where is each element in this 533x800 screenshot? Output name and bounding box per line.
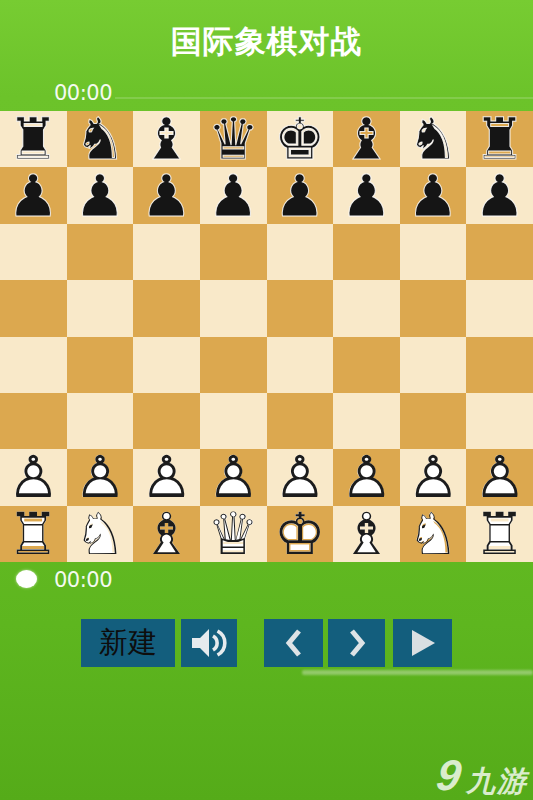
- square-g7[interactable]: ♟: [400, 167, 467, 223]
- piece-white-pawn: ♟: [333, 449, 400, 505]
- square-d7[interactable]: ♟: [200, 167, 267, 223]
- new-game-button[interactable]: 新建: [81, 619, 175, 667]
- piece-black-bishop: ♝: [133, 111, 200, 167]
- player-clock: 00:00: [54, 568, 112, 592]
- square-f3[interactable]: [333, 393, 400, 449]
- piece-white-bishop-outline: ♗: [333, 506, 400, 562]
- opponent-clock: 00:00: [54, 81, 112, 105]
- square-e3[interactable]: [267, 393, 334, 449]
- square-b6[interactable]: [67, 224, 134, 280]
- piece-white-knight: ♞: [67, 506, 134, 562]
- piece-white-bishop: ♝: [333, 506, 400, 562]
- square-b4[interactable]: [67, 337, 134, 393]
- square-b7[interactable]: ♟: [67, 167, 134, 223]
- piece-white-pawn-outline: ♙: [0, 449, 67, 505]
- square-g3[interactable]: [400, 393, 467, 449]
- piece-white-pawn-outline: ♙: [333, 449, 400, 505]
- step-forward-button[interactable]: [328, 619, 385, 667]
- piece-black-knight: ♞: [67, 111, 134, 167]
- square-b3[interactable]: [67, 393, 134, 449]
- square-d1[interactable]: ♛♕: [200, 506, 267, 562]
- toolbar-shadow-line: [302, 670, 533, 675]
- turn-indicator-dot: [16, 570, 37, 588]
- square-e1[interactable]: ♚♔: [267, 506, 334, 562]
- piece-white-rook: ♜: [466, 506, 533, 562]
- square-g6[interactable]: [400, 224, 467, 280]
- square-f1[interactable]: ♝♗: [333, 506, 400, 562]
- piece-white-pawn-outline: ♙: [200, 449, 267, 505]
- square-h3[interactable]: [466, 393, 533, 449]
- chess-board: ♜♞♝♛♚♝♞♜♟♟♟♟♟♟♟♟♟♙♟♙♟♙♟♙♟♙♟♙♟♙♟♙♜♖♞♘♝♗♛♕…: [0, 111, 533, 562]
- piece-white-queen: ♛: [200, 506, 267, 562]
- square-a5[interactable]: [0, 280, 67, 336]
- square-g8[interactable]: ♞: [400, 111, 467, 167]
- square-b2[interactable]: ♟♙: [67, 449, 134, 505]
- piece-white-pawn-outline: ♙: [67, 449, 134, 505]
- square-c5[interactable]: [133, 280, 200, 336]
- piece-white-rook-outline: ♖: [0, 506, 67, 562]
- square-g2[interactable]: ♟♙: [400, 449, 467, 505]
- square-f5[interactable]: [333, 280, 400, 336]
- chess-app-window: 国际象棋对战 00:00 ♜♞♝♛♚♝♞♜♟♟♟♟♟♟♟♟♟♙♟♙♟♙♟♙♟♙♟…: [0, 0, 533, 800]
- sound-button[interactable]: [181, 619, 237, 667]
- piece-white-knight-outline: ♘: [67, 506, 134, 562]
- piece-black-pawn: ♟: [133, 167, 200, 223]
- square-a1[interactable]: ♜♖: [0, 506, 67, 562]
- square-b1[interactable]: ♞♘: [67, 506, 134, 562]
- piece-white-pawn: ♟: [200, 449, 267, 505]
- square-g1[interactable]: ♞♘: [400, 506, 467, 562]
- square-d8[interactable]: ♛: [200, 111, 267, 167]
- speaker-icon: [190, 627, 228, 659]
- piece-white-king-outline: ♔: [267, 506, 334, 562]
- piece-white-knight: ♞: [400, 506, 467, 562]
- square-h6[interactable]: [466, 224, 533, 280]
- piece-black-pawn: ♟: [200, 167, 267, 223]
- square-d4[interactable]: [200, 337, 267, 393]
- piece-white-bishop-outline: ♗: [133, 506, 200, 562]
- piece-white-pawn: ♟: [0, 449, 67, 505]
- square-f7[interactable]: ♟: [333, 167, 400, 223]
- chevron-left-icon: [282, 628, 306, 658]
- piece-white-pawn: ♟: [267, 449, 334, 505]
- piece-white-pawn-outline: ♙: [466, 449, 533, 505]
- square-a6[interactable]: [0, 224, 67, 280]
- square-b5[interactable]: [67, 280, 134, 336]
- piece-black-pawn: ♟: [0, 167, 67, 223]
- piece-white-rook-outline: ♖: [466, 506, 533, 562]
- play-button[interactable]: [393, 619, 452, 667]
- square-e7[interactable]: ♟: [267, 167, 334, 223]
- square-a8[interactable]: ♜: [0, 111, 67, 167]
- square-c4[interactable]: [133, 337, 200, 393]
- piece-white-knight-outline: ♘: [400, 506, 467, 562]
- square-f8[interactable]: ♝: [333, 111, 400, 167]
- page-title: 国际象棋对战: [0, 21, 533, 63]
- square-d5[interactable]: [200, 280, 267, 336]
- square-h7[interactable]: ♟: [466, 167, 533, 223]
- square-c3[interactable]: [133, 393, 200, 449]
- square-c2[interactable]: ♟♙: [133, 449, 200, 505]
- square-a3[interactable]: [0, 393, 67, 449]
- square-e6[interactable]: [267, 224, 334, 280]
- piece-black-pawn: ♟: [267, 167, 334, 223]
- piece-white-pawn: ♟: [466, 449, 533, 505]
- square-g4[interactable]: [400, 337, 467, 393]
- chevron-right-icon: [345, 628, 369, 658]
- square-e4[interactable]: [267, 337, 334, 393]
- piece-black-knight: ♞: [400, 111, 467, 167]
- piece-white-pawn: ♟: [67, 449, 134, 505]
- square-h5[interactable]: [466, 280, 533, 336]
- piece-black-pawn: ♟: [333, 167, 400, 223]
- piece-white-pawn: ♟: [133, 449, 200, 505]
- play-icon: [408, 628, 438, 658]
- piece-black-bishop: ♝: [333, 111, 400, 167]
- square-a2[interactable]: ♟♙: [0, 449, 67, 505]
- square-d3[interactable]: [200, 393, 267, 449]
- square-c6[interactable]: [133, 224, 200, 280]
- piece-white-pawn: ♟: [400, 449, 467, 505]
- jiuyou-watermark: 9 九游: [437, 756, 528, 796]
- square-h8[interactable]: ♜: [466, 111, 533, 167]
- piece-white-queen-outline: ♕: [200, 506, 267, 562]
- piece-white-rook: ♜: [0, 506, 67, 562]
- square-e2[interactable]: ♟♙: [267, 449, 334, 505]
- piece-black-pawn: ♟: [67, 167, 134, 223]
- piece-white-pawn-outline: ♙: [400, 449, 467, 505]
- square-g5[interactable]: [400, 280, 467, 336]
- square-e8[interactable]: ♚: [267, 111, 334, 167]
- piece-black-queen: ♛: [200, 111, 267, 167]
- piece-black-pawn: ♟: [466, 167, 533, 223]
- square-b8[interactable]: ♞: [67, 111, 134, 167]
- square-h4[interactable]: [466, 337, 533, 393]
- square-a4[interactable]: [0, 337, 67, 393]
- square-c8[interactable]: ♝: [133, 111, 200, 167]
- jiuyou-logo-icon: 9: [434, 756, 463, 796]
- step-back-button[interactable]: [264, 619, 323, 667]
- clock-divider: [115, 97, 533, 99]
- square-f4[interactable]: [333, 337, 400, 393]
- piece-white-bishop: ♝: [133, 506, 200, 562]
- piece-black-rook: ♜: [0, 111, 67, 167]
- square-d6[interactable]: [200, 224, 267, 280]
- piece-white-king: ♚: [267, 506, 334, 562]
- jiuyou-watermark-text: 九游: [466, 766, 528, 796]
- square-f6[interactable]: [333, 224, 400, 280]
- piece-white-pawn-outline: ♙: [133, 449, 200, 505]
- square-a7[interactable]: ♟: [0, 167, 67, 223]
- piece-black-rook: ♜: [466, 111, 533, 167]
- square-e5[interactable]: [267, 280, 334, 336]
- square-h1[interactable]: ♜♖: [466, 506, 533, 562]
- square-c7[interactable]: ♟: [133, 167, 200, 223]
- square-h2[interactable]: ♟♙: [466, 449, 533, 505]
- piece-black-pawn: ♟: [400, 167, 467, 223]
- piece-black-king: ♚: [267, 111, 334, 167]
- piece-white-pawn-outline: ♙: [267, 449, 334, 505]
- square-f2[interactable]: ♟♙: [333, 449, 400, 505]
- square-c1[interactable]: ♝♗: [133, 506, 200, 562]
- square-d2[interactable]: ♟♙: [200, 449, 267, 505]
